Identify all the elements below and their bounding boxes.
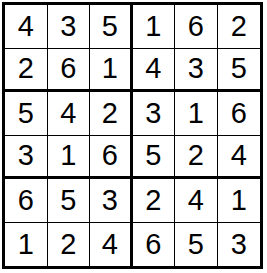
sudoku-cell[interactable]: 3 — [175, 49, 218, 93]
sudoku-cell[interactable]: 1 — [90, 49, 133, 93]
sudoku-cell[interactable]: 4 — [218, 136, 261, 180]
sudoku-cell[interactable]: 4 — [90, 223, 133, 267]
sudoku-cell[interactable]: 4 — [133, 49, 176, 93]
sudoku-cell[interactable]: 6 — [48, 49, 91, 93]
sudoku-cell[interactable]: 1 — [5, 223, 48, 267]
sudoku-cell[interactable]: 5 — [90, 5, 133, 49]
sudoku-cell[interactable]: 6 — [175, 5, 218, 49]
sudoku-cell[interactable]: 2 — [133, 179, 176, 223]
sudoku-cell[interactable]: 5 — [218, 49, 261, 93]
sudoku-cell[interactable]: 6 — [133, 223, 176, 267]
sudoku-cell[interactable]: 3 — [48, 5, 91, 49]
sudoku-cell[interactable]: 6 — [218, 92, 261, 136]
sudoku-cell[interactable]: 5 — [48, 179, 91, 223]
sudoku-cell[interactable]: 2 — [5, 49, 48, 93]
sudoku-cell[interactable]: 2 — [48, 223, 91, 267]
sudoku-cell[interactable]: 4 — [175, 179, 218, 223]
sudoku-cell[interactable]: 3 — [133, 92, 176, 136]
sudoku-cell[interactable]: 1 — [48, 136, 91, 180]
sudoku-cell[interactable]: 1 — [218, 179, 261, 223]
sudoku-cell[interactable]: 3 — [90, 179, 133, 223]
sudoku-cell[interactable]: 1 — [133, 5, 176, 49]
sudoku-cell[interactable]: 5 — [5, 92, 48, 136]
sudoku-cell[interactable]: 2 — [90, 92, 133, 136]
sudoku-cell[interactable]: 1 — [175, 92, 218, 136]
sudoku-cell[interactable]: 5 — [133, 136, 176, 180]
sudoku-cell[interactable]: 3 — [5, 136, 48, 180]
sudoku-cell[interactable]: 5 — [175, 223, 218, 267]
sudoku-cell[interactable]: 6 — [90, 136, 133, 180]
sudoku-cell[interactable]: 2 — [175, 136, 218, 180]
sudoku-cell[interactable]: 6 — [5, 179, 48, 223]
sudoku-cell[interactable]: 4 — [5, 5, 48, 49]
sudoku-board: 435162261435542316316524653241124653 — [2, 2, 263, 269]
sudoku-cell[interactable]: 4 — [48, 92, 91, 136]
sudoku-cell[interactable]: 2 — [218, 5, 261, 49]
sudoku-cell[interactable]: 3 — [218, 223, 261, 267]
